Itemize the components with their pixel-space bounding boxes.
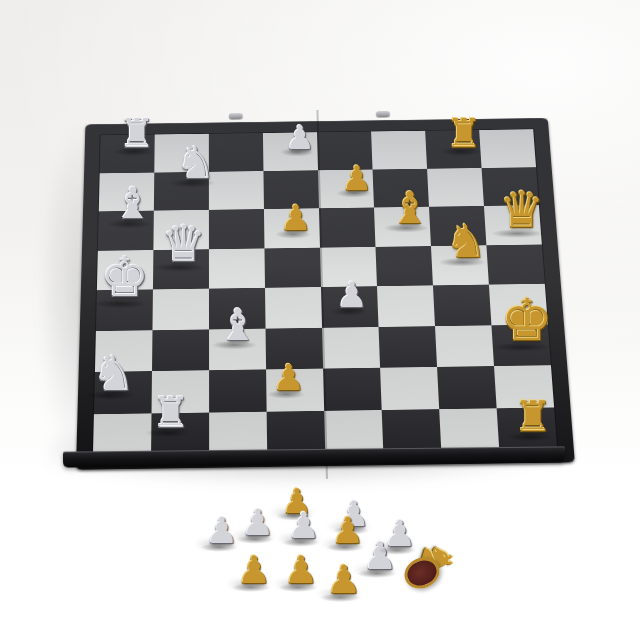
captured-silver-pawn: ♟: [384, 516, 416, 552]
piece-silver-bishop-c3[interactable]: ♝: [218, 303, 257, 347]
square-b3[interactable]: [152, 329, 209, 371]
captured-silver-pawn: ♟: [288, 508, 320, 544]
piece-gold-rook-g8[interactable]: ♜: [446, 113, 482, 153]
square-f4[interactable]: [377, 285, 435, 326]
piece-silver-bishop-a6[interactable]: ♝: [114, 182, 153, 225]
captured-silver-pawn: ♟: [206, 513, 238, 549]
piece-silver-rook-a8[interactable]: ♜: [119, 113, 155, 153]
piece-silver-rook-b2[interactable]: ♜: [152, 392, 190, 434]
piece-gold-pawn-d6[interactable]: ♟: [280, 201, 311, 236]
square-d1[interactable]: [267, 410, 326, 454]
square-e3[interactable]: [322, 327, 380, 369]
piece-silver-pawn-d8[interactable]: ♟: [285, 121, 315, 154]
piece-gold-pawn-e7[interactable]: ♟: [342, 161, 372, 195]
captured-gold-pawn: ♟: [332, 513, 364, 549]
square-f3[interactable]: [379, 326, 438, 368]
piece-silver-queen-b5[interactable]: ♛: [162, 219, 207, 269]
square-g1[interactable]: [439, 408, 499, 451]
captured-gold-pawn: ♟: [237, 551, 271, 589]
square-h5[interactable]: [486, 244, 544, 284]
square-c2[interactable]: [209, 369, 267, 412]
piece-gold-queen-h6[interactable]: ♛: [500, 185, 545, 235]
piece-gold-bishop-f6[interactable]: ♝: [390, 186, 429, 230]
square-e6[interactable]: [319, 207, 375, 247]
piece-silver-knight-b7[interactable]: ♞: [176, 141, 215, 185]
square-f5[interactable]: [375, 246, 432, 286]
piece-gold-knight-g5[interactable]: ♞: [445, 218, 486, 264]
square-d5[interactable]: [264, 247, 321, 288]
square-c5[interactable]: [209, 248, 265, 289]
chess-board-frame: [76, 118, 575, 470]
square-e2[interactable]: [323, 368, 382, 411]
square-f8[interactable]: [371, 131, 427, 169]
square-d4[interactable]: [265, 287, 322, 328]
square-c1[interactable]: [209, 411, 267, 455]
hinge-icon: [229, 113, 243, 119]
captured-gold-pawn: ♟: [327, 560, 362, 599]
piece-gold-pawn-d2[interactable]: ♟: [273, 360, 305, 396]
square-b4[interactable]: [152, 289, 209, 330]
piece-silver-king-a4[interactable]: ♚: [101, 251, 149, 305]
hinge-icon: [376, 111, 390, 117]
piece-gold-king-h3[interactable]: ♚: [501, 291, 553, 349]
square-g7[interactable]: [427, 168, 484, 207]
square-e1[interactable]: [324, 410, 383, 454]
photo-stage: ♜♟♜♞♟♝♟♝♛♛♟♞♚♝♚♞♜♟♜♟♟♟♟♟♟♟♟♟♟♟♞: [0, 0, 640, 640]
captured-silver-pawn: ♟: [242, 505, 274, 541]
piece-silver-pawn-e5[interactable]: ♟: [336, 278, 367, 313]
square-c8[interactable]: [209, 133, 264, 171]
square-g3[interactable]: [435, 325, 494, 367]
piece-gold-rook-h1[interactable]: ♜: [514, 396, 552, 438]
square-c6[interactable]: [209, 209, 265, 249]
piece-silver-knight-a2[interactable]: ♞: [92, 349, 135, 397]
square-g2[interactable]: [437, 366, 497, 409]
square-f1[interactable]: [382, 409, 442, 453]
square-g4[interactable]: [433, 285, 491, 326]
square-h8[interactable]: [479, 129, 536, 167]
square-c7[interactable]: [209, 171, 264, 210]
captured-gold-pawn: ♟: [284, 551, 318, 589]
square-f2[interactable]: [380, 367, 439, 410]
